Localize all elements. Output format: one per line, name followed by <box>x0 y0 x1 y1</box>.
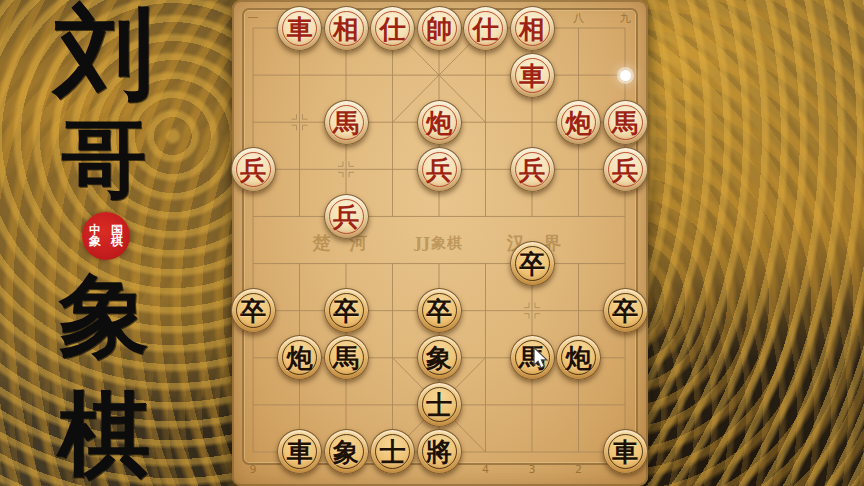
piece-glyph: 兵 <box>240 156 266 183</box>
banner-char-qi: 棋 <box>52 386 156 483</box>
piece-black-卒[interactable]: 卒 <box>417 288 462 333</box>
piece-black-卒[interactable]: 卒 <box>231 288 276 333</box>
piece-red-兵[interactable]: 兵 <box>417 147 462 192</box>
app-watermark: JJ象棋 <box>415 233 463 253</box>
piece-glyph: 卒 <box>240 297 266 324</box>
piece-red-馬[interactable]: 馬 <box>324 100 369 145</box>
piece-red-仕[interactable]: 仕 <box>463 6 508 51</box>
piece-black-炮[interactable]: 炮 <box>556 335 601 380</box>
piece-glyph: 車 <box>287 438 313 465</box>
piece-black-馬[interactable]: 馬 <box>324 335 369 380</box>
piece-red-炮[interactable]: 炮 <box>556 100 601 145</box>
screenshot-root: { "game": "xiangqi", "app_watermark": "J… <box>0 0 864 486</box>
top-file-label-9: 九 <box>613 11 637 26</box>
piece-glyph: 卒 <box>333 297 359 324</box>
move-indicator <box>620 70 631 81</box>
piece-glyph: 帥 <box>426 15 452 42</box>
bottom-file-label-3: 3 <box>520 463 544 476</box>
piece-black-將[interactable]: 將 <box>417 429 462 474</box>
piece-black-象[interactable]: 象 <box>324 429 369 474</box>
piece-black-車[interactable]: 車 <box>603 429 648 474</box>
piece-glyph: 仕 <box>473 15 499 42</box>
bottom-file-label-4: 4 <box>474 463 498 476</box>
piece-glyph: 車 <box>287 15 313 42</box>
piece-red-相[interactable]: 相 <box>324 6 369 51</box>
piece-glyph: 相 <box>519 15 545 42</box>
piece-red-馬[interactable]: 馬 <box>603 100 648 145</box>
piece-red-兵[interactable]: 兵 <box>324 194 369 239</box>
piece-red-帥[interactable]: 帥 <box>417 6 462 51</box>
piece-glyph: 炮 <box>287 344 313 371</box>
piece-glyph: 兵 <box>426 156 452 183</box>
mouse-cursor <box>533 347 548 369</box>
piece-glyph: 車 <box>612 438 638 465</box>
piece-red-車[interactable]: 車 <box>277 6 322 51</box>
piece-glyph: 馬 <box>612 109 638 136</box>
piece-glyph: 將 <box>426 438 452 465</box>
banner-char-xiang: 象 <box>52 268 156 363</box>
piece-glyph: 象 <box>333 438 359 465</box>
piece-glyph: 兵 <box>333 203 359 230</box>
piece-black-卒[interactable]: 卒 <box>324 288 369 333</box>
piece-glyph: 兵 <box>519 156 545 183</box>
top-file-label-1: 一 <box>241 11 265 26</box>
banner-char-liu: 刘 <box>52 0 156 105</box>
piece-glyph: 炮 <box>566 344 592 371</box>
bottom-file-label-2: 2 <box>567 463 591 476</box>
piece-glyph: 卒 <box>519 250 545 277</box>
piece-black-卒[interactable]: 卒 <box>603 288 648 333</box>
piece-red-兵[interactable]: 兵 <box>231 147 276 192</box>
seal-char: 棋 <box>111 236 123 247</box>
chinese-chess-seal: 中 国 象 棋 <box>82 212 130 260</box>
bottom-file-label-9: 9 <box>241 463 265 476</box>
seal-char: 象 <box>89 236 101 247</box>
piece-glyph: 馬 <box>333 344 359 371</box>
piece-red-兵[interactable]: 兵 <box>603 147 648 192</box>
banner-char-ge: 哥 <box>52 114 156 203</box>
piece-red-相[interactable]: 相 <box>510 6 555 51</box>
piece-glyph: 仕 <box>380 15 406 42</box>
piece-black-卒[interactable]: 卒 <box>510 241 555 286</box>
piece-glyph: 馬 <box>333 109 359 136</box>
piece-red-炮[interactable]: 炮 <box>417 100 462 145</box>
piece-red-車[interactable]: 車 <box>510 53 555 98</box>
piece-glyph: 卒 <box>612 297 638 324</box>
piece-glyph: 象 <box>426 344 452 371</box>
piece-glyph: 車 <box>519 62 545 89</box>
piece-glyph: 卒 <box>426 297 452 324</box>
piece-black-象[interactable]: 象 <box>417 335 462 380</box>
piece-black-士[interactable]: 士 <box>417 382 462 427</box>
piece-glyph: 士 <box>426 391 452 418</box>
piece-glyph: 相 <box>333 15 359 42</box>
piece-red-兵[interactable]: 兵 <box>510 147 555 192</box>
top-file-label-8: 八 <box>567 11 591 26</box>
xiangqi-board[interactable]: 一二三四五六七八九987654321 楚 河 JJ象棋 汉 界 車相仕帥仕相車馬… <box>232 0 648 486</box>
piece-black-炮[interactable]: 炮 <box>277 335 322 380</box>
piece-glyph: 士 <box>380 438 406 465</box>
piece-glyph: 炮 <box>426 109 452 136</box>
piece-red-仕[interactable]: 仕 <box>370 6 415 51</box>
piece-glyph: 炮 <box>566 109 592 136</box>
piece-glyph: 兵 <box>612 156 638 183</box>
